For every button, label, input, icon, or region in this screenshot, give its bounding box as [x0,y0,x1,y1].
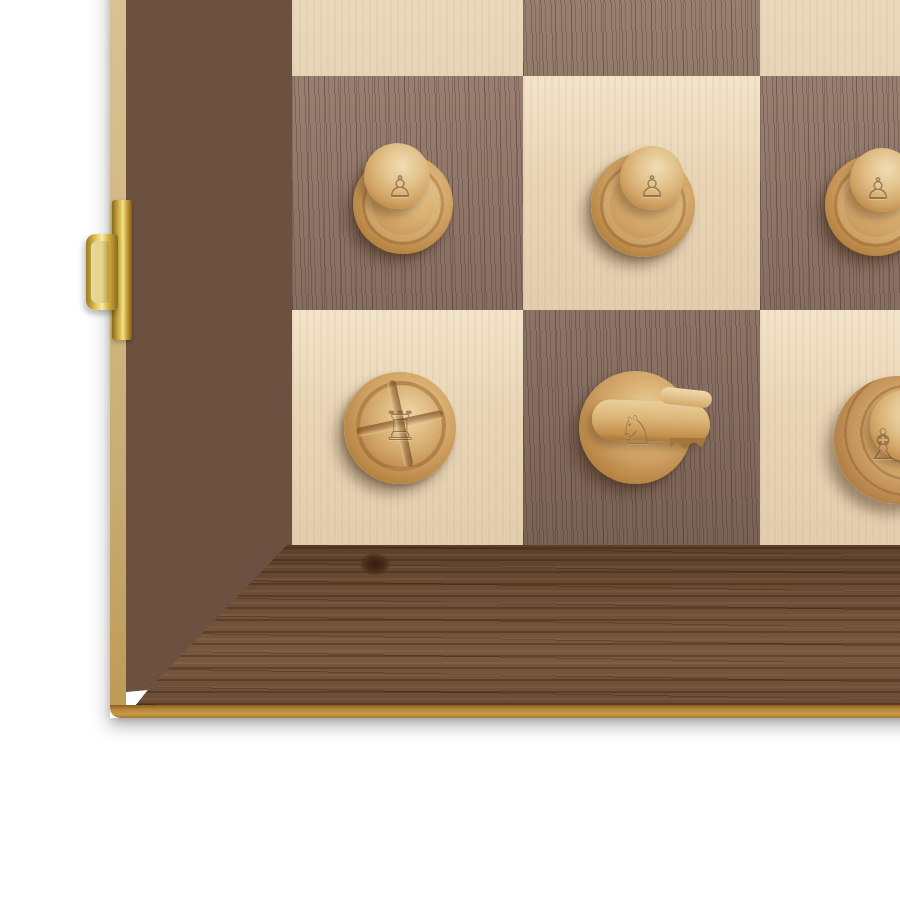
square-h3[interactable] [292,0,523,76]
square-g3[interactable] [523,0,760,76]
clasp-knob [86,234,118,310]
maple-edge-left [110,0,126,712]
white-pawn-g2[interactable]: ♙ [573,135,713,275]
white-knight-g1[interactable]: ♘ [552,356,722,506]
pawn-head [620,146,684,210]
chess-board [110,0,900,718]
wood-knot [360,553,390,575]
white-pawn-f2[interactable]: ♙ [806,135,900,275]
pawn-head [364,143,430,209]
chess-set-photo: ♙ ♙ ♙ ♖ ♘ ♗ [0,0,900,900]
square-f3[interactable] [760,0,900,76]
brass-clasp [86,200,134,340]
white-rook-h1[interactable]: ♖ [325,353,475,503]
white-bishop-f1[interactable]: ♗ [823,365,900,515]
gold-edge-bottom [110,705,900,718]
white-pawn-h2[interactable]: ♙ [333,132,473,272]
